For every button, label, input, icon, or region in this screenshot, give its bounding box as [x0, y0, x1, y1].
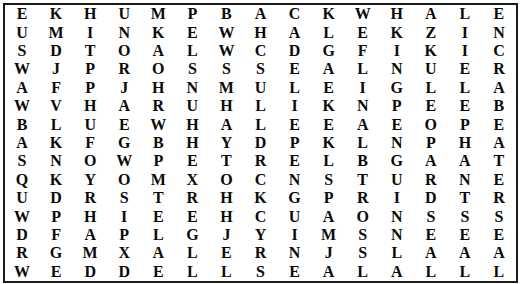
grid-cell[interactable]: D [73, 263, 107, 281]
grid-cell[interactable]: P [141, 152, 175, 170]
grid-cell[interactable]: P [312, 189, 346, 207]
grid-cell[interactable]: E [175, 23, 209, 41]
grid-cell[interactable]: L [448, 263, 482, 281]
grid-cell[interactable]: A [448, 152, 482, 170]
grid-cell[interactable]: H [175, 134, 209, 152]
grid-cell[interactable]: K [141, 23, 175, 41]
grid-cell[interactable]: N [482, 23, 516, 41]
grid-cell[interactable]: R [107, 60, 141, 78]
grid-cell[interactable]: A [5, 134, 39, 152]
grid-cell[interactable]: A [482, 244, 516, 262]
grid-cell[interactable]: A [448, 244, 482, 262]
grid-cell[interactable]: T [346, 171, 380, 189]
grid-cell[interactable]: E [278, 263, 312, 281]
grid-cell[interactable]: L [312, 23, 346, 41]
grid-cell[interactable]: E [482, 5, 516, 23]
grid-cell[interactable]: N [380, 226, 414, 244]
grid-cell[interactable]: E [175, 207, 209, 225]
grid-cell[interactable]: E [39, 263, 73, 281]
grid-cell[interactable]: I [380, 42, 414, 60]
grid-cell[interactable]: P [39, 207, 73, 225]
grid-cell[interactable]: G [380, 79, 414, 97]
grid-cell[interactable]: E [482, 226, 516, 244]
grid-cell[interactable]: D [243, 134, 277, 152]
grid-cell[interactable]: L [346, 60, 380, 78]
grid-cell[interactable]: N [380, 207, 414, 225]
grid-cell[interactable]: S [414, 207, 448, 225]
grid-cell[interactable]: A [414, 244, 448, 262]
grid-cell[interactable]: E [482, 171, 516, 189]
grid-cell[interactable]: P [448, 115, 482, 133]
grid-cell[interactable]: L [414, 79, 448, 97]
grid-cell[interactable]: N [175, 79, 209, 97]
grid-cell[interactable]: R [482, 60, 516, 78]
grid-cell[interactable]: D [414, 189, 448, 207]
grid-cell[interactable]: R [73, 189, 107, 207]
grid-cell[interactable]: A [414, 152, 448, 170]
grid-cell[interactable]: N [380, 60, 414, 78]
grid-cell[interactable]: O [73, 152, 107, 170]
grid-cell[interactable]: U [175, 97, 209, 115]
grid-cell[interactable]: C [482, 42, 516, 60]
grid-cell[interactable]: B [346, 152, 380, 170]
grid-cell[interactable]: F [39, 79, 73, 97]
grid-cell[interactable]: L [278, 79, 312, 97]
grid-cell[interactable]: H [380, 5, 414, 23]
grid-cell[interactable]: I [73, 23, 107, 41]
grid-cell[interactable]: J [107, 79, 141, 97]
grid-cell[interactable]: H [73, 5, 107, 23]
grid-cell[interactable]: V [39, 97, 73, 115]
grid-cell[interactable]: E [346, 23, 380, 41]
grid-cell[interactable]: X [107, 244, 141, 262]
grid-cell[interactable]: E [107, 115, 141, 133]
grid-cell[interactable]: L [175, 263, 209, 281]
grid-cell[interactable]: O [107, 42, 141, 60]
grid-cell[interactable]: E [278, 60, 312, 78]
grid-cell[interactable]: W [346, 5, 380, 23]
grid-cell[interactable]: A [312, 207, 346, 225]
grid-cell[interactable]: G [380, 152, 414, 170]
word-search-board: EKHUMPBACKWHALEUMINKEWHALEKZINSDTOALWCDG… [3, 3, 518, 283]
grid-cell[interactable]: L [448, 79, 482, 97]
grid-cell[interactable]: R [414, 171, 448, 189]
grid-cell[interactable]: W [5, 60, 39, 78]
grid-cell[interactable]: A [278, 23, 312, 41]
grid-cell[interactable]: A [312, 263, 346, 281]
grid-cell[interactable]: C [243, 171, 277, 189]
grid-cell[interactable]: I [346, 79, 380, 97]
grid-cell[interactable]: D [278, 42, 312, 60]
grid-cell[interactable]: K [39, 134, 73, 152]
grid-cell[interactable]: P [175, 5, 209, 23]
grid-cell[interactable]: K [312, 5, 346, 23]
grid-cell[interactable]: M [73, 244, 107, 262]
grid-cell[interactable]: E [312, 115, 346, 133]
grid-cell[interactable]: A [312, 60, 346, 78]
grid-cell[interactable]: I [448, 23, 482, 41]
grid-cell[interactable]: H [175, 115, 209, 133]
grid-cell[interactable]: B [5, 115, 39, 133]
grid-cell[interactable]: H [448, 134, 482, 152]
grid-cell[interactable]: J [209, 226, 243, 244]
grid-cell[interactable]: B [482, 97, 516, 115]
grid-cell[interactable]: L [175, 244, 209, 262]
grid-cell[interactable]: I [278, 97, 312, 115]
grid-cell[interactable]: W [141, 115, 175, 133]
grid-cell[interactable]: S [346, 244, 380, 262]
grid-cell[interactable]: W [5, 207, 39, 225]
grid-cell[interactable]: R [175, 189, 209, 207]
grid-cell[interactable]: L [175, 42, 209, 60]
grid-cell[interactable]: W [209, 42, 243, 60]
grid-cell[interactable]: A [141, 244, 175, 262]
grid-cell[interactable]: Y [209, 134, 243, 152]
grid-cell[interactable]: K [39, 171, 73, 189]
grid-cell[interactable]: M [312, 226, 346, 244]
grid-cell[interactable]: S [346, 226, 380, 244]
grid-cell[interactable]: C [278, 5, 312, 23]
grid-cell[interactable]: B [141, 134, 175, 152]
grid-cell[interactable]: E [448, 226, 482, 244]
grid-cell[interactable]: H [209, 207, 243, 225]
grid-cell[interactable]: J [312, 244, 346, 262]
grid-cell[interactable]: H [73, 207, 107, 225]
grid-cell[interactable]: H [209, 189, 243, 207]
grid-cell[interactable]: P [380, 97, 414, 115]
grid-cell[interactable]: N [346, 97, 380, 115]
grid-cell[interactable]: M [141, 5, 175, 23]
grid-cell[interactable]: Y [243, 226, 277, 244]
grid-cell[interactable]: P [73, 79, 107, 97]
grid-cell[interactable]: L [448, 5, 482, 23]
grid-cell[interactable]: L [243, 115, 277, 133]
grid-cell[interactable]: O [209, 171, 243, 189]
grid-cell[interactable]: O [414, 115, 448, 133]
grid-cell[interactable]: O [141, 60, 175, 78]
grid-cell[interactable]: E [482, 115, 516, 133]
grid-cell[interactable]: L [39, 115, 73, 133]
grid-cell[interactable]: I [107, 207, 141, 225]
grid-cell[interactable]: U [278, 207, 312, 225]
grid-cell[interactable]: I [448, 42, 482, 60]
grid-cell[interactable]: S [209, 60, 243, 78]
grid-cell[interactable]: G [312, 42, 346, 60]
grid-cell[interactable]: L [414, 263, 448, 281]
grid-cell[interactable]: S [5, 152, 39, 170]
grid-cell[interactable]: E [414, 226, 448, 244]
grid-cell[interactable]: R [141, 97, 175, 115]
grid-cell[interactable]: G [39, 244, 73, 262]
grid-cell[interactable]: E [209, 244, 243, 262]
grid-cell[interactable]: D [107, 263, 141, 281]
grid-cell[interactable]: N [448, 171, 482, 189]
grid-cell[interactable]: P [107, 226, 141, 244]
grid-cell[interactable]: P [73, 60, 107, 78]
grid-cell[interactable]: E [414, 97, 448, 115]
grid-cell[interactable]: T [482, 152, 516, 170]
grid-cell[interactable]: R [482, 189, 516, 207]
grid-cell[interactable]: A [414, 5, 448, 23]
grid-cell[interactable]: L [243, 97, 277, 115]
grid-cell[interactable]: N [278, 171, 312, 189]
grid-cell[interactable]: L [141, 226, 175, 244]
grid-cell[interactable]: M [39, 23, 73, 41]
grid-cell[interactable]: D [39, 42, 73, 60]
grid-cell[interactable]: E [312, 79, 346, 97]
grid-cell[interactable]: Z [414, 23, 448, 41]
grid-cell[interactable]: N [107, 23, 141, 41]
grid-cell[interactable]: U [380, 171, 414, 189]
grid-cell[interactable]: A [243, 5, 277, 23]
grid-cell[interactable]: R [243, 152, 277, 170]
grid-cell[interactable]: A [209, 115, 243, 133]
grid-cell[interactable]: S [107, 189, 141, 207]
grid-cell[interactable]: T [73, 42, 107, 60]
grid-cell[interactable]: U [243, 79, 277, 97]
grid-cell[interactable]: T [209, 152, 243, 170]
grid-cell[interactable]: E [5, 5, 39, 23]
grid-cell[interactable]: P [414, 134, 448, 152]
grid-cell[interactable]: P [278, 134, 312, 152]
grid-cell[interactable]: R [5, 244, 39, 262]
grid-cell[interactable]: I [278, 226, 312, 244]
grid-cell[interactable]: S [243, 60, 277, 78]
grid-cell[interactable]: A [482, 134, 516, 152]
grid-cell[interactable]: H [141, 79, 175, 97]
grid-cell[interactable]: G [175, 226, 209, 244]
grid-cell[interactable]: S [312, 171, 346, 189]
grid-cell[interactable]: U [414, 60, 448, 78]
grid-cell[interactable]: K [243, 189, 277, 207]
grid-cell[interactable]: U [5, 23, 39, 41]
grid-cell[interactable]: Q [5, 171, 39, 189]
grid-cell[interactable]: W [107, 152, 141, 170]
grid-cell[interactable]: U [73, 115, 107, 133]
grid-cell[interactable]: A [141, 42, 175, 60]
grid-cell[interactable]: S [175, 60, 209, 78]
grid-cell[interactable]: R [243, 244, 277, 262]
grid-cell[interactable]: N [380, 134, 414, 152]
grid-cell[interactable]: W [5, 263, 39, 281]
grid-cell[interactable]: R [346, 189, 380, 207]
grid-cell[interactable]: B [209, 5, 243, 23]
grid-cell[interactable]: S [5, 42, 39, 60]
grid-cell[interactable]: W [209, 23, 243, 41]
grid-cell[interactable]: U [5, 189, 39, 207]
grid-cell[interactable]: E [448, 60, 482, 78]
grid-cell[interactable]: S [482, 207, 516, 225]
grid-cell[interactable]: L [346, 134, 380, 152]
grid-cell[interactable]: O [346, 207, 380, 225]
grid-cell[interactable]: N [39, 152, 73, 170]
grid-cell[interactable]: D [39, 189, 73, 207]
grid-cell[interactable]: C [243, 207, 277, 225]
grid-cell[interactable]: E [448, 97, 482, 115]
grid-cell[interactable]: L [312, 152, 346, 170]
grid-cell[interactable]: L [380, 244, 414, 262]
grid-cell[interactable]: K [414, 42, 448, 60]
grid-cell[interactable]: K [39, 5, 73, 23]
grid-cell[interactable]: A [346, 115, 380, 133]
grid-cell[interactable]: I [380, 189, 414, 207]
grid-cell[interactable]: M [141, 171, 175, 189]
grid-cell[interactable]: M [209, 79, 243, 97]
grid-cell[interactable]: C [243, 42, 277, 60]
grid-cell[interactable]: G [107, 134, 141, 152]
grid-cell[interactable]: K [380, 23, 414, 41]
grid-cell[interactable]: S [448, 207, 482, 225]
grid-cell[interactable]: T [141, 189, 175, 207]
grid-cell[interactable]: Y [73, 171, 107, 189]
grid-cell[interactable]: D [5, 226, 39, 244]
grid-cell[interactable]: N [278, 244, 312, 262]
grid-cell[interactable]: S [243, 263, 277, 281]
grid-cell[interactable]: U [107, 5, 141, 23]
letter-grid: EKHUMPBACKWHALEUMINKEWHALEKZINSDTOALWCDG… [5, 5, 516, 281]
grid-cell[interactable]: F [346, 42, 380, 60]
grid-cell[interactable]: K [312, 97, 346, 115]
grid-cell[interactable]: L [209, 263, 243, 281]
grid-cell[interactable]: E [141, 263, 175, 281]
grid-cell[interactable]: E [175, 152, 209, 170]
grid-cell[interactable]: J [39, 60, 73, 78]
grid-cell[interactable]: E [141, 207, 175, 225]
grid-cell[interactable]: A [5, 79, 39, 97]
grid-cell[interactable]: F [73, 134, 107, 152]
grid-cell[interactable]: A [482, 79, 516, 97]
grid-cell[interactable]: H [73, 97, 107, 115]
grid-cell[interactable]: L [346, 263, 380, 281]
grid-cell[interactable]: A [380, 263, 414, 281]
grid-cell[interactable]: F [39, 226, 73, 244]
grid-cell[interactable]: L [482, 263, 516, 281]
grid-cell[interactable]: E [278, 152, 312, 170]
grid-cell[interactable]: H [243, 23, 277, 41]
grid-cell[interactable]: A [107, 97, 141, 115]
grid-cell[interactable]: K [312, 134, 346, 152]
grid-cell[interactable]: E [278, 115, 312, 133]
grid-cell[interactable]: E [380, 115, 414, 133]
grid-cell[interactable]: X [175, 171, 209, 189]
grid-cell[interactable]: G [278, 189, 312, 207]
grid-cell[interactable]: T [448, 189, 482, 207]
grid-cell[interactable]: O [107, 171, 141, 189]
grid-cell[interactable]: H [209, 97, 243, 115]
grid-cell[interactable]: W [5, 97, 39, 115]
grid-cell[interactable]: A [73, 226, 107, 244]
